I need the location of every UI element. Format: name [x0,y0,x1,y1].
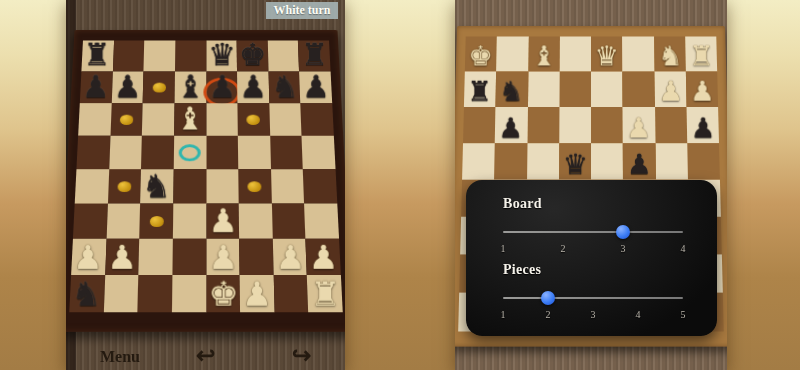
square-e2[interactable]: ♟ [206,239,240,275]
white-pawn[interactable]: ♟ [71,241,105,274]
black-pawn[interactable]: ♟ [111,71,143,102]
square-g1[interactable] [273,275,308,312]
gradient-backdrop: ♜♛♚♜♟♟♝♟♟♞♟♝♞♟♟♟♟♟♟♞♚♟♜ White turn Menu … [0,0,800,370]
square-a6[interactable] [463,107,496,143]
square-c7[interactable] [527,72,559,108]
undo-icon[interactable]: ↩ [196,344,215,367]
square-f7[interactable] [623,72,655,108]
square-d6[interactable]: ♝ [174,103,206,136]
square-d4[interactable] [173,169,206,203]
square-c3[interactable] [139,204,173,239]
square-a6[interactable] [78,103,111,136]
slider-tick-labels: 12345 [503,309,683,323]
square-c1[interactable] [137,275,172,312]
square-h8[interactable]: ♜ [298,40,330,71]
square-e3[interactable]: ♟ [206,204,239,239]
square-g7[interactable]: ♞ [268,71,300,103]
square-g5[interactable] [269,136,302,169]
slider-handle[interactable] [541,291,555,305]
square-f6[interactable]: ♟ [623,107,655,143]
square-e6[interactable] [591,107,623,143]
tick-label: 3 [621,243,626,254]
selected-square-ring [178,144,200,161]
tick-label: 3 [591,309,596,320]
square-d1[interactable] [171,275,205,312]
black-pawn[interactable]: ♟ [687,114,719,142]
square-a5[interactable] [76,136,110,169]
white-pawn[interactable]: ♟ [623,114,655,142]
square-c4[interactable]: ♞ [140,169,173,203]
square-h3[interactable] [304,204,339,239]
square-h8[interactable]: ♜ [685,37,717,72]
square-f8[interactable]: ♚ [236,40,268,71]
square-c7[interactable] [142,71,174,103]
square-f3[interactable] [238,204,272,239]
square-e8[interactable]: ♛ [591,37,623,72]
white-pawn[interactable]: ♟ [240,278,274,311]
square-g5[interactable] [655,143,688,180]
slider-tick-labels: 1234 [503,243,683,257]
square-a4[interactable] [74,169,108,203]
legal-move-dot[interactable] [247,181,261,192]
left-board-frame: ♜♛♚♜♟♟♝♟♟♞♟♝♞♟♟♟♟♟♟♞♚♟♜ [66,30,345,332]
legal-move-dot[interactable] [117,181,131,192]
square-b6[interactable] [110,103,143,136]
square-g7[interactable]: ♟ [654,72,686,108]
square-g2[interactable]: ♟ [272,239,307,275]
square-b2[interactable]: ♟ [104,239,139,275]
tick-label: 4 [681,243,686,254]
white-rook[interactable]: ♜ [686,43,718,70]
square-b8[interactable] [496,37,528,72]
square-g8[interactable] [267,40,299,71]
square-h6[interactable]: ♟ [686,107,719,143]
white-queen[interactable]: ♛ [591,43,623,70]
black-knight[interactable]: ♞ [140,170,173,202]
square-d8[interactable] [174,40,205,71]
slider-track[interactable] [503,297,683,299]
square-h6[interactable] [300,103,333,136]
white-pawn[interactable]: ♟ [104,241,138,274]
square-h5[interactable] [687,143,720,180]
black-queen[interactable]: ♛ [559,151,591,179]
black-knight[interactable]: ♞ [69,278,103,311]
square-e8[interactable]: ♛ [206,40,237,71]
square-f5[interactable] [237,136,270,169]
square-c2[interactable] [138,239,172,275]
white-pawn[interactable]: ♟ [655,79,687,106]
square-a2[interactable]: ♟ [71,239,106,275]
slider-pieces: Pieces12345 [503,262,683,323]
square-c8[interactable]: ♝ [528,37,560,72]
square-c5[interactable] [527,143,559,180]
white-king[interactable]: ♚ [465,43,497,70]
black-bishop[interactable]: ♝ [174,71,206,102]
legal-move-dot[interactable] [149,216,163,227]
square-a5[interactable] [462,143,495,180]
square-d6[interactable] [559,107,591,143]
square-a1[interactable]: ♞ [69,275,105,312]
tick-label: 5 [681,309,686,320]
square-b4[interactable] [107,169,141,203]
square-d2[interactable] [172,239,206,275]
black-pawn[interactable]: ♟ [237,71,269,102]
square-c8[interactable] [143,40,175,71]
square-e7[interactable]: ♟ [206,71,238,103]
black-king[interactable]: ♚ [237,40,268,71]
slider-label: Pieces [503,262,683,278]
redo-icon[interactable]: ↪ [292,344,311,367]
square-h7[interactable]: ♟ [686,72,718,108]
tick-label: 1 [501,243,506,254]
slider-label: Board [503,196,683,212]
square-a7[interactable]: ♟ [79,71,112,103]
white-king[interactable]: ♚ [206,278,240,311]
square-a7[interactable]: ♜ [464,72,496,108]
bottom-toolbar: Menu ↩ ↪ [66,348,345,370]
square-f6[interactable] [237,103,269,136]
square-e5[interactable] [206,136,238,169]
white-pawn[interactable]: ♟ [206,205,239,238]
square-e6[interactable] [206,103,238,136]
square-c5[interactable] [141,136,174,169]
white-pawn[interactable]: ♟ [206,241,240,274]
menu-button[interactable]: Menu [100,348,140,366]
white-pawn[interactable]: ♟ [686,79,718,106]
square-g6[interactable] [655,107,687,143]
black-queen[interactable]: ♛ [206,40,237,71]
square-e5[interactable] [591,143,623,180]
square-g8[interactable]: ♞ [654,37,686,72]
legal-move-dot[interactable] [246,114,260,124]
square-d5[interactable] [173,136,205,169]
tick-label: 2 [561,243,566,254]
white-rook[interactable]: ♜ [308,278,342,311]
square-g4[interactable] [270,169,304,203]
square-a8[interactable]: ♜ [81,40,113,71]
white-bishop[interactable]: ♝ [528,43,560,70]
square-c6[interactable] [527,107,559,143]
legal-move-dot[interactable] [152,82,165,92]
square-d5[interactable]: ♛ [559,143,591,180]
right-screenshot: ♚♝♛♞♜♜♞♟♟♟♟♟♛♟♟ Board1234Pieces12345 [455,0,727,370]
tick-label: 4 [636,309,641,320]
left-board-grid[interactable]: ♜♛♚♜♟♟♝♟♟♞♟♝♞♟♟♟♟♟♟♞♚♟♜ [69,40,343,312]
square-h2[interactable]: ♟ [305,239,340,275]
square-d7[interactable]: ♝ [174,71,206,103]
square-b5[interactable] [494,143,527,180]
black-knight[interactable]: ♞ [496,79,528,106]
square-e1[interactable]: ♚ [206,275,240,312]
square-f5[interactable]: ♟ [623,143,655,180]
black-rook[interactable]: ♜ [81,40,112,71]
square-b8[interactable] [112,40,144,71]
tick-label: 2 [546,309,551,320]
white-pawn[interactable]: ♟ [273,241,307,274]
left-screenshot: ♜♛♚♜♟♟♝♟♟♞♟♝♞♟♟♟♟♟♟♞♚♟♜ White turn Menu … [66,0,345,370]
left-chess-board: ♜♛♚♜♟♟♝♟♟♞♟♝♞♟♟♟♟♟♟♞♚♟♜ [66,30,345,332]
square-b7[interactable]: ♟ [111,71,143,103]
tick-label: 1 [501,309,506,320]
square-d3[interactable] [172,204,205,239]
slider-board: Board1234 [503,196,683,257]
white-bishop[interactable]: ♝ [174,104,206,135]
square-d7[interactable] [559,72,591,108]
square-b1[interactable] [103,275,138,312]
slider-handle[interactable] [616,225,630,239]
square-f8[interactable] [622,37,654,72]
square-g3[interactable] [271,204,305,239]
square-h5[interactable] [301,136,335,169]
black-pawn[interactable]: ♟ [623,151,655,179]
square-g6[interactable] [269,103,302,136]
black-pawn[interactable]: ♟ [300,71,332,102]
settings-panel: Board1234Pieces12345 [466,180,717,336]
square-b5[interactable] [108,136,141,169]
square-e7[interactable] [591,72,623,108]
white-knight[interactable]: ♞ [654,43,686,70]
square-b7[interactable]: ♞ [496,72,528,108]
square-h4[interactable] [303,169,337,203]
legal-move-dot[interactable] [119,114,133,124]
square-f7[interactable]: ♟ [237,71,269,103]
black-pawn[interactable]: ♟ [79,71,111,102]
turn-indicator: White turn [266,2,338,19]
square-c6[interactable] [142,103,174,136]
black-knight[interactable]: ♞ [269,71,301,102]
square-f1[interactable]: ♟ [239,275,274,312]
square-a3[interactable] [72,204,107,239]
square-a8[interactable]: ♚ [465,37,497,72]
square-b6[interactable]: ♟ [495,107,527,143]
black-rook[interactable]: ♜ [299,40,330,71]
square-b3[interactable] [106,204,140,239]
black-pawn[interactable]: ♟ [495,114,527,142]
square-e4[interactable] [206,169,239,203]
white-pawn[interactable]: ♟ [307,241,341,274]
black-rook[interactable]: ♜ [464,79,496,106]
square-f2[interactable] [239,239,273,275]
slider-track[interactable] [503,231,683,233]
square-d8[interactable] [559,37,591,72]
square-h1[interactable]: ♜ [307,275,343,312]
square-f4[interactable] [238,169,271,203]
square-h7[interactable]: ♟ [299,71,332,103]
